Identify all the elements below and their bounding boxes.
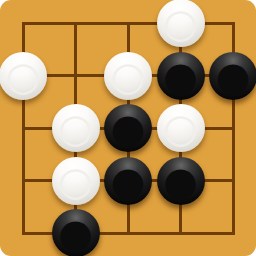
stone-white-r3c1[interactable]: ○ — [52, 157, 100, 205]
stone-white-r1c2[interactable]: ○ — [104, 52, 152, 100]
stone-black-r3c3[interactable]: ● — [157, 157, 205, 205]
stone-white-r2c3[interactable]: ○ — [157, 104, 205, 152]
go-board[interactable]: ○○○●●○●○○●●● — [0, 0, 256, 256]
stone-black-r1c4[interactable]: ● — [209, 52, 256, 100]
stone-black-r1c3[interactable]: ● — [157, 52, 205, 100]
stone-white-r0c3[interactable]: ○ — [157, 0, 205, 47]
screenshot-stage: ○○○●●○●○○●●● — [0, 0, 256, 256]
stone-white-r1c0[interactable]: ○ — [0, 52, 47, 100]
stone-white-r2c1[interactable]: ○ — [52, 104, 100, 152]
stone-black-r3c2[interactable]: ● — [104, 157, 152, 205]
stone-black-r4c1[interactable]: ● — [52, 209, 100, 256]
stone-black-r2c2[interactable]: ● — [104, 104, 152, 152]
